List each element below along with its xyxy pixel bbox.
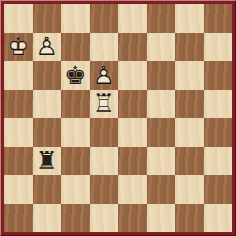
square-e6[interactable] xyxy=(118,61,147,90)
square-e3[interactable] xyxy=(118,147,147,176)
board-frame: ♚♔♟♙♚♟♙♜♖♜ xyxy=(0,0,236,236)
square-e2[interactable] xyxy=(118,175,147,204)
square-f5[interactable] xyxy=(147,90,176,119)
white-piece-outline: ♙ xyxy=(33,33,62,62)
square-f4[interactable] xyxy=(147,118,176,147)
square-d3[interactable] xyxy=(90,147,119,176)
piece-white-pawn[interactable]: ♟♙ xyxy=(90,61,119,90)
square-a8[interactable] xyxy=(4,4,33,33)
square-f2[interactable] xyxy=(147,175,176,204)
square-h8[interactable] xyxy=(204,4,233,33)
square-c1[interactable] xyxy=(61,204,90,233)
square-e7[interactable] xyxy=(118,33,147,62)
square-c5[interactable] xyxy=(61,90,90,119)
square-h3[interactable] xyxy=(204,147,233,176)
square-e1[interactable] xyxy=(118,204,147,233)
square-h5[interactable] xyxy=(204,90,233,119)
piece-white-pawn[interactable]: ♟♙ xyxy=(33,33,62,62)
square-f6[interactable] xyxy=(147,61,176,90)
square-c2[interactable] xyxy=(61,175,90,204)
square-g6[interactable] xyxy=(175,61,204,90)
white-piece-outline: ♖ xyxy=(90,90,119,119)
square-c6[interactable]: ♚ xyxy=(61,61,90,90)
square-b3[interactable]: ♜ xyxy=(33,147,62,176)
piece-white-king[interactable]: ♚♔ xyxy=(4,33,33,62)
square-d8[interactable] xyxy=(90,4,119,33)
square-g4[interactable] xyxy=(175,118,204,147)
square-a2[interactable] xyxy=(4,175,33,204)
square-b5[interactable] xyxy=(33,90,62,119)
square-b2[interactable] xyxy=(33,175,62,204)
square-g2[interactable] xyxy=(175,175,204,204)
piece-white-rook[interactable]: ♜♖ xyxy=(90,90,119,119)
black-piece-fill: ♚ xyxy=(61,61,90,90)
square-c7[interactable] xyxy=(61,33,90,62)
square-g8[interactable] xyxy=(175,4,204,33)
square-c8[interactable] xyxy=(61,4,90,33)
square-a7[interactable]: ♚♔ xyxy=(4,33,33,62)
square-e5[interactable] xyxy=(118,90,147,119)
square-a6[interactable] xyxy=(4,61,33,90)
square-g5[interactable] xyxy=(175,90,204,119)
chess-board: ♚♔♟♙♚♟♙♜♖♜ xyxy=(4,4,232,232)
square-d5[interactable]: ♜♖ xyxy=(90,90,119,119)
square-f3[interactable] xyxy=(147,147,176,176)
square-a3[interactable] xyxy=(4,147,33,176)
square-h6[interactable] xyxy=(204,61,233,90)
square-a4[interactable] xyxy=(4,118,33,147)
square-c4[interactable] xyxy=(61,118,90,147)
square-b6[interactable] xyxy=(33,61,62,90)
square-f7[interactable] xyxy=(147,33,176,62)
square-f1[interactable] xyxy=(147,204,176,233)
square-e4[interactable] xyxy=(118,118,147,147)
black-piece-fill: ♜ xyxy=(33,147,62,176)
square-g1[interactable] xyxy=(175,204,204,233)
square-h4[interactable] xyxy=(204,118,233,147)
square-b8[interactable] xyxy=(33,4,62,33)
square-c3[interactable] xyxy=(61,147,90,176)
square-e8[interactable] xyxy=(118,4,147,33)
square-b4[interactable] xyxy=(33,118,62,147)
square-d2[interactable] xyxy=(90,175,119,204)
piece-black-rook[interactable]: ♜ xyxy=(33,147,62,176)
piece-black-king[interactable]: ♚ xyxy=(61,61,90,90)
square-b1[interactable] xyxy=(33,204,62,233)
square-d6[interactable]: ♟♙ xyxy=(90,61,119,90)
square-a1[interactable] xyxy=(4,204,33,233)
white-piece-outline: ♔ xyxy=(4,33,33,62)
square-d7[interactable] xyxy=(90,33,119,62)
square-h1[interactable] xyxy=(204,204,233,233)
square-d1[interactable] xyxy=(90,204,119,233)
square-h7[interactable] xyxy=(204,33,233,62)
square-f8[interactable] xyxy=(147,4,176,33)
square-d4[interactable] xyxy=(90,118,119,147)
square-a5[interactable] xyxy=(4,90,33,119)
square-g7[interactable] xyxy=(175,33,204,62)
square-g3[interactable] xyxy=(175,147,204,176)
square-b7[interactable]: ♟♙ xyxy=(33,33,62,62)
square-h2[interactable] xyxy=(204,175,233,204)
white-piece-outline: ♙ xyxy=(90,61,119,90)
